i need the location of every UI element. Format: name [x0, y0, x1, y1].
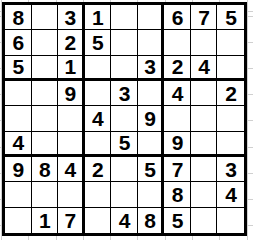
sudoku-cell-given[interactable]: 8 — [5, 5, 32, 30]
sudoku-cell-empty[interactable] — [138, 132, 165, 157]
sudoku-cell-empty[interactable] — [191, 106, 218, 131]
sudoku-cell-empty[interactable] — [217, 56, 244, 81]
sudoku-cell-given[interactable]: 1 — [85, 5, 112, 30]
sudoku-cell-given[interactable]: 7 — [191, 5, 218, 30]
sudoku-cell-empty[interactable] — [32, 5, 59, 30]
sudoku-cell-given[interactable]: 5 — [5, 56, 32, 81]
sudoku-board: 8316756255132493424945998425738417485 — [2, 2, 247, 236]
sudoku-cell-given[interactable]: 3 — [58, 5, 85, 30]
sudoku-cell-given[interactable]: 1 — [32, 208, 59, 233]
sudoku-cell-empty[interactable] — [58, 182, 85, 207]
sudoku-cell-empty[interactable] — [217, 132, 244, 157]
sudoku-cell-empty[interactable] — [191, 157, 218, 182]
sudoku-cell-empty[interactable] — [191, 182, 218, 207]
sudoku-cell-empty[interactable] — [32, 106, 59, 131]
sudoku-cell-empty[interactable] — [138, 30, 165, 55]
sudoku-cell-given[interactable]: 2 — [58, 30, 85, 55]
sudoku-cell-empty[interactable] — [32, 81, 59, 106]
sudoku-cell-empty[interactable] — [58, 106, 85, 131]
sudoku-cell-empty[interactable] — [32, 132, 59, 157]
sudoku-cell-given[interactable]: 5 — [138, 157, 165, 182]
sudoku-cell-given[interactable]: 8 — [32, 157, 59, 182]
sudoku-cell-given[interactable]: 5 — [217, 5, 244, 30]
sudoku-cell-empty[interactable] — [5, 81, 32, 106]
sudoku-cell-empty[interactable] — [5, 182, 32, 207]
sudoku-cell-empty[interactable] — [32, 182, 59, 207]
sudoku-cell-given[interactable]: 9 — [5, 157, 32, 182]
sudoku-cell-empty[interactable] — [85, 132, 112, 157]
sudoku-cell-empty[interactable] — [85, 56, 112, 81]
sudoku-cell-given[interactable]: 3 — [217, 157, 244, 182]
sudoku-cell-given[interactable]: 9 — [58, 81, 85, 106]
sudoku-cell-given[interactable]: 2 — [217, 81, 244, 106]
sudoku-cell-empty[interactable] — [58, 132, 85, 157]
sudoku-cell-empty[interactable] — [138, 5, 165, 30]
sudoku-cell-given[interactable]: 4 — [111, 208, 138, 233]
sudoku-cell-given[interactable]: 4 — [58, 157, 85, 182]
sudoku-cell-empty[interactable] — [111, 106, 138, 131]
sudoku-cell-empty[interactable] — [138, 81, 165, 106]
sudoku-cell-given[interactable]: 5 — [164, 208, 191, 233]
sudoku-cell-empty[interactable] — [217, 106, 244, 131]
sudoku-cell-given[interactable]: 6 — [164, 5, 191, 30]
sudoku-cell-empty[interactable] — [85, 182, 112, 207]
sudoku-cell-given[interactable]: 9 — [138, 106, 165, 131]
spreadsheet-background: 8316756255132493424945998425738417485 — [0, 0, 253, 240]
sudoku-cell-empty[interactable] — [111, 157, 138, 182]
sudoku-cell-given[interactable]: 6 — [5, 30, 32, 55]
sudoku-cell-given[interactable]: 4 — [191, 56, 218, 81]
sudoku-cell-given[interactable]: 3 — [138, 56, 165, 81]
sudoku-cell-empty[interactable] — [191, 132, 218, 157]
sudoku-cell-empty[interactable] — [164, 106, 191, 131]
sudoku-cell-empty[interactable] — [32, 56, 59, 81]
sudoku-cell-empty[interactable] — [111, 30, 138, 55]
sudoku-cell-empty[interactable] — [85, 208, 112, 233]
sudoku-cell-given[interactable]: 2 — [164, 56, 191, 81]
sudoku-cell-empty[interactable] — [191, 81, 218, 106]
sudoku-cell-given[interactable]: 8 — [138, 208, 165, 233]
sudoku-cell-given[interactable]: 7 — [58, 208, 85, 233]
sudoku-cell-given[interactable]: 4 — [5, 132, 32, 157]
sudoku-cell-empty[interactable] — [217, 30, 244, 55]
sudoku-cell-given[interactable]: 7 — [164, 157, 191, 182]
sudoku-cell-given[interactable]: 5 — [85, 30, 112, 55]
sudoku-cell-empty[interactable] — [5, 208, 32, 233]
sudoku-cell-empty[interactable] — [85, 81, 112, 106]
sudoku-cell-given[interactable]: 3 — [111, 81, 138, 106]
sudoku-cell-empty[interactable] — [111, 5, 138, 30]
sudoku-cell-given[interactable]: 2 — [85, 157, 112, 182]
sudoku-cell-empty[interactable] — [164, 30, 191, 55]
sudoku-cell-empty[interactable] — [191, 208, 218, 233]
sudoku-cell-empty[interactable] — [32, 30, 59, 55]
sudoku-cell-empty[interactable] — [111, 182, 138, 207]
sudoku-cell-given[interactable]: 4 — [85, 106, 112, 131]
sudoku-cell-empty[interactable] — [138, 182, 165, 207]
sudoku-cell-given[interactable]: 9 — [164, 132, 191, 157]
sudoku-cell-empty[interactable] — [111, 56, 138, 81]
sudoku-cell-given[interactable]: 8 — [164, 182, 191, 207]
sudoku-cell-empty[interactable] — [217, 208, 244, 233]
sudoku-cell-empty[interactable] — [191, 30, 218, 55]
sudoku-cell-given[interactable]: 1 — [58, 56, 85, 81]
sudoku-cell-given[interactable]: 5 — [111, 132, 138, 157]
sudoku-cell-given[interactable]: 4 — [164, 81, 191, 106]
sudoku-cell-given[interactable]: 4 — [217, 182, 244, 207]
sudoku-cell-empty[interactable] — [5, 106, 32, 131]
